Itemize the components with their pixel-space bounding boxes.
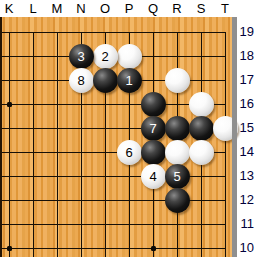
move-number (93, 68, 118, 93)
stone-black-O17[interactable] (93, 68, 118, 93)
row-label-15: 15 (236, 120, 254, 136)
move-number (189, 92, 214, 117)
stone-white-P18[interactable] (117, 44, 142, 69)
row-label-17: 17 (236, 72, 254, 88)
row-label-12: 12 (236, 192, 254, 208)
column-label-N: N (71, 1, 91, 17)
move-number: 3 (69, 44, 94, 69)
go-board-diagram: 23817645 KLMNOPQRST 19181716151413121110 (0, 0, 260, 257)
move-number (141, 92, 166, 117)
row-label-14: 14 (236, 144, 254, 160)
move-number: 7 (141, 116, 166, 141)
column-label-T: T (215, 1, 235, 17)
move-number (165, 68, 190, 93)
stone-black-R12[interactable] (165, 188, 190, 213)
move-number: 4 (141, 164, 166, 189)
move-number (165, 188, 190, 213)
stone-black-Q16[interactable] (141, 92, 166, 117)
move-number: 6 (117, 140, 142, 165)
stone-white-R17[interactable] (165, 68, 190, 93)
move-number (117, 44, 142, 69)
move-number (165, 140, 190, 165)
move-number: 2 (93, 44, 118, 69)
stone-white-P14-move-6[interactable]: 6 (117, 140, 142, 165)
column-label-M: M (47, 1, 67, 17)
column-label-P: P (119, 1, 139, 17)
stone-white-S14[interactable] (189, 140, 214, 165)
stone-black-S15[interactable] (189, 116, 214, 141)
row-label-11: 11 (236, 216, 254, 232)
row-label-13: 13 (236, 168, 254, 184)
move-number: 5 (165, 164, 190, 189)
grid-line-col-T (225, 32, 226, 257)
row-label-19: 19 (236, 24, 254, 40)
stone-black-Q14[interactable] (141, 140, 166, 165)
row-label-16: 16 (236, 96, 254, 112)
column-label-K: K (0, 1, 19, 17)
stone-white-S16[interactable] (189, 92, 214, 117)
goban[interactable]: 23817645 (0, 17, 232, 257)
grid-line-col-L (33, 32, 34, 257)
stone-black-Q15-move-7[interactable]: 7 (141, 116, 166, 141)
column-label-L: L (23, 1, 43, 17)
stone-black-P17-move-1[interactable]: 1 (117, 68, 142, 93)
move-number (165, 116, 190, 141)
move-number: 1 (117, 68, 142, 93)
stone-white-N17-move-8[interactable]: 8 (69, 68, 94, 93)
stone-black-R13-move-5[interactable]: 5 (165, 164, 190, 189)
grid-line-col-M (57, 32, 58, 257)
stone-white-R14[interactable] (165, 140, 190, 165)
stone-white-Q13-move-4[interactable]: 4 (141, 164, 166, 189)
stone-black-N18-move-3[interactable]: 3 (69, 44, 94, 69)
stone-black-R15[interactable] (165, 116, 190, 141)
column-label-Q: Q (143, 1, 163, 17)
column-label-O: O (95, 1, 115, 17)
grid-line-col-K (9, 32, 10, 257)
column-label-S: S (191, 1, 211, 17)
row-label-18: 18 (236, 48, 254, 64)
board-crop-edge (0, 17, 2, 257)
star-point-K10 (7, 246, 12, 251)
move-number (189, 140, 214, 165)
row-label-10: 10 (236, 240, 254, 256)
stone-white-O18-move-2[interactable]: 2 (93, 44, 118, 69)
star-point-Q10 (151, 246, 156, 251)
move-number (141, 140, 166, 165)
column-label-R: R (167, 1, 187, 17)
star-point-K16 (7, 102, 12, 107)
move-number (189, 116, 214, 141)
move-number: 8 (69, 68, 94, 93)
